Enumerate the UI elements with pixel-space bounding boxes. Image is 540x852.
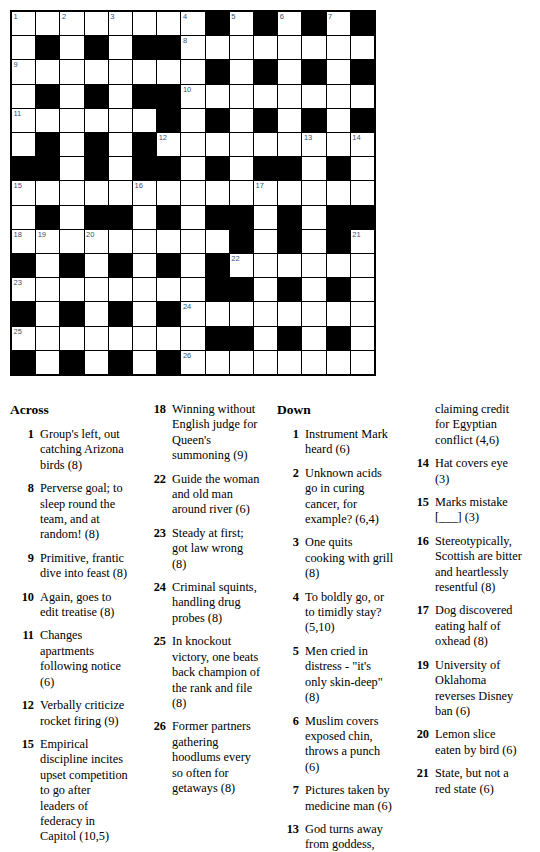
clue-6-down: 6Muslim covers exposed chin, throws a pu…: [277, 714, 404, 776]
clue-text: Dog discovered eating half of oxhead (8): [435, 603, 513, 649]
cell-r10c3[interactable]: [60, 230, 83, 253]
clue-13-down: 13God turns away from goddess,: [277, 822, 404, 852]
cell-r4c14[interactable]: [327, 85, 350, 108]
cell-r14c2[interactable]: [36, 327, 59, 350]
cell-r3c10[interactable]: [230, 60, 253, 83]
clue-1-across: 1Group's left, out catching Arizona bird…: [10, 427, 140, 473]
clue-number: 6: [277, 714, 299, 776]
cell-r2c8[interactable]: 8: [181, 36, 204, 59]
block-r9c2: [36, 206, 59, 229]
clue-number: 8: [10, 481, 34, 543]
cell-r3c8[interactable]: [181, 60, 204, 83]
cell-r8c12[interactable]: [278, 181, 301, 204]
cell-r15c14[interactable]: [327, 351, 350, 374]
cell-r8c10[interactable]: [230, 181, 253, 204]
cell-r13c14[interactable]: [327, 302, 350, 325]
cell-r12c15[interactable]: [351, 278, 374, 301]
cell-r1c10[interactable]: 5: [230, 12, 253, 35]
block-r3c11: [254, 60, 277, 83]
cell-r8c1[interactable]: 15: [12, 181, 35, 204]
block-r10c10: [230, 230, 253, 253]
cell-r12c5[interactable]: [109, 278, 132, 301]
cell-r14c4[interactable]: [85, 327, 108, 350]
clue-text: Guide the woman and old man around river…: [172, 472, 259, 518]
cell-r12c1[interactable]: 23: [12, 278, 35, 301]
cell-r3c4[interactable]: [85, 60, 108, 83]
block-r4c7: [157, 85, 180, 108]
cell-r14c13[interactable]: [302, 327, 325, 350]
cell-r10c7[interactable]: [157, 230, 180, 253]
cell-r1c3[interactable]: 2: [60, 12, 83, 35]
cell-r5c14[interactable]: [327, 109, 350, 132]
clue-26-across: 26Former partners gathering hoodlums eve…: [140, 719, 273, 796]
cell-r11c8[interactable]: [181, 254, 204, 277]
cell-r8c14[interactable]: [327, 181, 350, 204]
block-r9c14: [327, 206, 350, 229]
block-r12c14: [327, 278, 350, 301]
cell-r5c12[interactable]: [278, 109, 301, 132]
cell-r14c5[interactable]: [109, 327, 132, 350]
cell-r9c3[interactable]: [60, 206, 83, 229]
cell-r10c1[interactable]: 18: [12, 230, 35, 253]
cell-r3c5[interactable]: [109, 60, 132, 83]
block-r7c11: [254, 157, 277, 180]
cell-r15c4[interactable]: [85, 351, 108, 374]
block-r5c13: [302, 109, 325, 132]
cell-r7c10[interactable]: [230, 157, 253, 180]
clue-text: Pictures taken by medicine man (6): [305, 783, 392, 814]
clue-text: Empirical discipline incites upset compe…: [40, 737, 128, 845]
clues-column-down-1: Down1Instrument Mark heard (6)2Unknown a…: [277, 402, 404, 852]
cell-r6c3[interactable]: [60, 133, 83, 156]
clue-1-down: 1Instrument Mark heard (6): [277, 427, 404, 458]
cell-r1c1[interactable]: 1: [12, 12, 35, 35]
cell-r11c13[interactable]: [302, 254, 325, 277]
cell-r6c14[interactable]: [327, 133, 350, 156]
cell-r2c14[interactable]: [327, 36, 350, 59]
cell-r14c6[interactable]: [133, 327, 156, 350]
cell-r6c7[interactable]: 12: [157, 133, 180, 156]
block-r3c9: [206, 60, 229, 83]
clue-number: 11: [10, 628, 34, 690]
clue-15-across: 15Empirical discipline incites upset com…: [10, 737, 140, 845]
cell-number: 6: [280, 12, 284, 21]
clue-number: 10: [10, 590, 34, 621]
cell-r6c10[interactable]: [230, 133, 253, 156]
cell-r13c13[interactable]: [302, 302, 325, 325]
cell-r15c6[interactable]: [133, 351, 156, 374]
clue-text: Muslim covers exposed chin, throws a pun…: [305, 714, 380, 776]
clue-15-down: 15Marks mistake [___] (3): [404, 495, 538, 526]
cell-r6c11[interactable]: [254, 133, 277, 156]
clue-text: Verbally criticize rocket firing (9): [40, 698, 124, 729]
block-r7c9: [206, 157, 229, 180]
clue-13-down-continuation: claiming credit for Egyptian conflict (4…: [404, 402, 538, 448]
cell-r13c8[interactable]: 24: [181, 302, 204, 325]
cell-r11c6[interactable]: [133, 254, 156, 277]
block-r15c3: [60, 351, 83, 374]
block-r11c7: [157, 254, 180, 277]
block-r9c15: [351, 206, 374, 229]
block-r2c2: [36, 36, 59, 59]
cell-r8c13[interactable]: [302, 181, 325, 204]
cell-r15c12[interactable]: [278, 351, 301, 374]
cell-r8c11[interactable]: 17: [254, 181, 277, 204]
block-r6c6: [133, 133, 156, 156]
cell-number: 17: [256, 181, 264, 190]
cell-r4c1[interactable]: [12, 85, 35, 108]
cell-number: 14: [352, 133, 360, 142]
cell-number: 8: [183, 36, 187, 45]
cell-number: 7: [328, 12, 332, 21]
cell-r3c3[interactable]: [60, 60, 83, 83]
block-r5c7: [157, 109, 180, 132]
clue-5-down: 5Men cried in distress - "it's only skin…: [277, 644, 404, 706]
cell-r5c10[interactable]: [230, 109, 253, 132]
cell-r10c15[interactable]: 21: [351, 230, 374, 253]
cell-r1c2[interactable]: [36, 12, 59, 35]
cell-r12c7[interactable]: [157, 278, 180, 301]
cell-r13c2[interactable]: [36, 302, 59, 325]
clue-text: Stereotypically, Scottish are bitter and…: [435, 534, 522, 596]
cell-r5c2[interactable]: [36, 109, 59, 132]
block-r7c14: [327, 157, 350, 180]
cell-r11c15[interactable]: [351, 254, 374, 277]
cell-r2c10[interactable]: [230, 36, 253, 59]
cell-r6c13[interactable]: 13: [302, 133, 325, 156]
clues-column-down-2: claiming credit for Egyptian conflict (4…: [404, 402, 538, 805]
cell-r2c12[interactable]: [278, 36, 301, 59]
block-r7c6: [133, 157, 156, 180]
cell-r6c12[interactable]: [278, 133, 301, 156]
cell-r2c1[interactable]: [12, 36, 35, 59]
cell-r12c6[interactable]: [133, 278, 156, 301]
block-r4c2: [36, 85, 59, 108]
cell-r6c5[interactable]: [109, 133, 132, 156]
cell-r12c11[interactable]: [254, 278, 277, 301]
cell-number: 21: [352, 230, 360, 239]
cell-r5c5[interactable]: [109, 109, 132, 132]
clue-8-across: 8Perverse goal; to sleep round the team,…: [10, 481, 140, 543]
clue-number: 7: [277, 783, 299, 814]
cell-r10c2[interactable]: 19: [36, 230, 59, 253]
clue-number: 12: [10, 698, 34, 729]
cell-r13c15[interactable]: [351, 302, 374, 325]
cell-number: 12: [159, 133, 167, 142]
cell-r15c9[interactable]: [206, 351, 229, 374]
clue-text: In knockout victory, one beats back cham…: [172, 634, 260, 711]
block-r14c10: [230, 327, 253, 350]
clue-number: 24: [140, 580, 166, 626]
block-r11c9: [206, 254, 229, 277]
clue-text: Unknown acids go in curing cancer, for e…: [305, 466, 382, 528]
cell-r8c3[interactable]: [60, 181, 83, 204]
cell-r10c4[interactable]: 20: [85, 230, 108, 253]
cell-r1c8[interactable]: 4: [181, 12, 204, 35]
block-r12c12: [278, 278, 301, 301]
cell-number: 18: [14, 230, 22, 239]
clue-text: claiming credit for Egyptian conflict (4…: [435, 402, 509, 448]
cell-r15c13[interactable]: [302, 351, 325, 374]
cell-r13c9[interactable]: [206, 302, 229, 325]
cell-r4c9[interactable]: [206, 85, 229, 108]
cell-number: 25: [14, 327, 22, 336]
cell-r13c10[interactable]: [230, 302, 253, 325]
block-r13c3: [60, 302, 83, 325]
clue-10-across: 10Again, goes to edit treatise (8): [10, 590, 140, 621]
cell-number: 20: [86, 230, 94, 239]
cell-number: 16: [135, 181, 143, 190]
block-r1c11: [254, 12, 277, 35]
cell-r8c5[interactable]: [109, 181, 132, 204]
cell-r9c13[interactable]: [302, 206, 325, 229]
block-r2c7: [157, 36, 180, 59]
cell-r3c14[interactable]: [327, 60, 350, 83]
cell-r9c11[interactable]: [254, 206, 277, 229]
cell-r8c9[interactable]: [206, 181, 229, 204]
block-r11c1: [12, 254, 35, 277]
clue-text: Perverse goal; to sleep round the team, …: [40, 481, 123, 543]
cell-r14c7[interactable]: [157, 327, 180, 350]
clues-column-across-1: Across1Group's left, out catching Arizon…: [10, 402, 140, 852]
cell-r9c1[interactable]: [12, 206, 35, 229]
block-r5c11: [254, 109, 277, 132]
cell-r11c12[interactable]: [278, 254, 301, 277]
clue-number: 2: [277, 466, 299, 528]
cell-r14c8[interactable]: [181, 327, 204, 350]
cell-r14c15[interactable]: [351, 327, 374, 350]
clue-16-down: 16Stereotypically, Scottish are bitter a…: [404, 534, 538, 596]
clue-text: Primitive, frantic dive into feast (8): [40, 551, 127, 582]
clue-9-across: 9Primitive, frantic dive into feast (8): [10, 551, 140, 582]
block-r11c5: [109, 254, 132, 277]
cell-r8c15[interactable]: [351, 181, 374, 204]
block-r15c5: [109, 351, 132, 374]
clue-number: 15: [404, 495, 429, 526]
clue-number: 3: [277, 535, 299, 581]
cell-r10c9[interactable]: [206, 230, 229, 253]
block-r13c7: [157, 302, 180, 325]
cell-r9c6[interactable]: [133, 206, 156, 229]
cell-r3c2[interactable]: [36, 60, 59, 83]
cell-r8c8[interactable]: [181, 181, 204, 204]
block-r7c1: [12, 157, 35, 180]
clue-text: Winning without English judge for Queen'…: [172, 402, 257, 464]
clue-3-down: 3One quits cooking with grill (8): [277, 535, 404, 581]
cell-r1c12[interactable]: 6: [278, 12, 301, 35]
block-r2c4: [85, 36, 108, 59]
cell-number: 9: [14, 60, 18, 69]
block-r15c1: [12, 351, 35, 374]
cell-r10c6[interactable]: [133, 230, 156, 253]
clue-2-down: 2Unknown acids go in curing cancer, for …: [277, 466, 404, 528]
block-r3c15: [351, 60, 374, 83]
cell-r7c13[interactable]: [302, 157, 325, 180]
cell-r3c7[interactable]: [157, 60, 180, 83]
block-r9c7: [157, 206, 180, 229]
clue-14-down: 14Hat covers eye (3): [404, 456, 538, 487]
cell-r13c6[interactable]: [133, 302, 156, 325]
cell-r7c3[interactable]: [60, 157, 83, 180]
cell-r9c8[interactable]: [181, 206, 204, 229]
cell-r5c4[interactable]: [85, 109, 108, 132]
cell-r7c5[interactable]: [109, 157, 132, 180]
cell-r2c13[interactable]: [302, 36, 325, 59]
clue-text: State, but not a red state (6): [435, 766, 509, 797]
block-r9c5: [109, 206, 132, 229]
clue-21-down: 21State, but not a red state (6): [404, 766, 538, 797]
cell-r13c11[interactable]: [254, 302, 277, 325]
cell-r11c14[interactable]: [327, 254, 350, 277]
cell-r2c9[interactable]: [206, 36, 229, 59]
cell-r10c13[interactable]: [302, 230, 325, 253]
cell-r1c6[interactable]: [133, 12, 156, 35]
block-r3c13: [302, 60, 325, 83]
clue-25-across: 25In knockout victory, one beats back ch…: [140, 634, 273, 711]
cell-r4c8[interactable]: 10: [181, 85, 204, 108]
block-r12c10: [230, 278, 253, 301]
clue-number: 17: [404, 603, 429, 649]
clue-23-across: 23Steady at first; got law wrong (8): [140, 526, 273, 572]
clue-text: God turns away from goddess,: [305, 822, 383, 852]
cell-r12c8[interactable]: [181, 278, 204, 301]
cell-r1c4[interactable]: [85, 12, 108, 35]
cell-r5c1[interactable]: 11: [12, 109, 35, 132]
cell-r11c11[interactable]: [254, 254, 277, 277]
cell-r13c4[interactable]: [85, 302, 108, 325]
cell-r12c4[interactable]: [85, 278, 108, 301]
cell-r2c3[interactable]: [60, 36, 83, 59]
cell-r15c11[interactable]: [254, 351, 277, 374]
block-r2c6: [133, 36, 156, 59]
cell-r10c5[interactable]: [109, 230, 132, 253]
cell-r11c4[interactable]: [85, 254, 108, 277]
clue-text: Hat covers eye (3): [435, 456, 508, 487]
cell-r1c14[interactable]: 7: [327, 12, 350, 35]
cell-r15c8[interactable]: 26: [181, 351, 204, 374]
cell-r4c13[interactable]: [302, 85, 325, 108]
cell-r1c5[interactable]: 3: [109, 12, 132, 35]
block-r13c1: [12, 302, 35, 325]
block-r9c12: [278, 206, 301, 229]
clues-column-across-2: 18Winning without English judge for Quee…: [140, 402, 273, 804]
clue-20-down: 20Lemon slice eaten by bird (6): [404, 727, 538, 758]
cell-r11c2[interactable]: [36, 254, 59, 277]
block-r1c13: [302, 12, 325, 35]
cell-r6c8[interactable]: [181, 133, 204, 156]
cell-number: 15: [14, 181, 22, 190]
cell-r4c3[interactable]: [60, 85, 83, 108]
cell-r6c9[interactable]: [206, 133, 229, 156]
clue-number: 26: [140, 719, 166, 796]
block-r6c2: [36, 133, 59, 156]
clue-text: Again, goes to edit treatise (8): [40, 590, 114, 621]
cell-r6c15[interactable]: 14: [351, 133, 374, 156]
clue-number: 14: [404, 456, 429, 487]
block-r15c7: [157, 351, 180, 374]
cell-r2c5[interactable]: [109, 36, 132, 59]
cell-r12c2[interactable]: [36, 278, 59, 301]
cell-r4c15[interactable]: [351, 85, 374, 108]
cell-r15c10[interactable]: [230, 351, 253, 374]
cell-r2c15[interactable]: [351, 36, 374, 59]
cell-r8c6[interactable]: 16: [133, 181, 156, 204]
cell-number: 19: [38, 230, 46, 239]
clue-number: 16: [404, 534, 429, 596]
across-header: Across: [10, 402, 140, 417]
clue-text: Criminal squints, handling drug probes (…: [172, 580, 257, 626]
cell-r6c1[interactable]: [12, 133, 35, 156]
cell-number: 3: [110, 12, 114, 21]
cell-r7c8[interactable]: [181, 157, 204, 180]
block-r4c4: [85, 85, 108, 108]
cell-r3c1[interactable]: 9: [12, 60, 35, 83]
block-r7c4: [85, 157, 108, 180]
cell-r1c7[interactable]: [157, 12, 180, 35]
block-r10c12: [278, 230, 301, 253]
block-r5c9: [206, 109, 229, 132]
clue-18-across: 18Winning without English judge for Quee…: [140, 402, 273, 464]
cell-r8c4[interactable]: [85, 181, 108, 204]
cell-r12c3[interactable]: [60, 278, 83, 301]
block-r14c12: [278, 327, 301, 350]
clue-number: 9: [10, 551, 34, 582]
cell-r7c15[interactable]: [351, 157, 374, 180]
cell-r14c1[interactable]: 25: [12, 327, 35, 350]
cell-number: 10: [183, 85, 191, 94]
cell-r14c3[interactable]: [60, 327, 83, 350]
cell-r15c15[interactable]: [351, 351, 374, 374]
cell-r15c2[interactable]: [36, 351, 59, 374]
cell-r5c3[interactable]: [60, 109, 83, 132]
clue-text: University of Oklahoma reverses Disney b…: [435, 658, 513, 720]
cell-r13c12[interactable]: [278, 302, 301, 325]
clue-number: 13: [277, 822, 299, 852]
cell-r10c8[interactable]: [181, 230, 204, 253]
crossword-page: 1234567891011121314151617181920212223242…: [0, 0, 540, 852]
clue-text: To boldly go, or to timidly stay? (5,10): [305, 590, 384, 636]
block-r9c9: [206, 206, 229, 229]
clue-text: Steady at first; got law wrong (8): [172, 526, 244, 572]
cell-r4c11[interactable]: [254, 85, 277, 108]
clue-text: Men cried in distress - "it's only skin-…: [305, 644, 383, 706]
cell-r4c5[interactable]: [109, 85, 132, 108]
cell-r14c11[interactable]: [254, 327, 277, 350]
cell-number: 2: [62, 12, 66, 21]
clue-number: 25: [140, 634, 166, 711]
cell-r2c11[interactable]: [254, 36, 277, 59]
clue-text: One quits cooking with grill (8): [305, 535, 393, 581]
cell-r10c11[interactable]: [254, 230, 277, 253]
cell-r3c6[interactable]: [133, 60, 156, 83]
cell-r5c6[interactable]: [133, 109, 156, 132]
down-header: Down: [277, 402, 404, 417]
cell-r5c8[interactable]: [181, 109, 204, 132]
cell-r4c12[interactable]: [278, 85, 301, 108]
clue-text: Instrument Mark heard (6): [305, 427, 388, 458]
cell-r8c7[interactable]: [157, 181, 180, 204]
cell-r3c12[interactable]: [278, 60, 301, 83]
block-r7c12: [278, 157, 301, 180]
cell-number: 26: [183, 351, 191, 360]
cell-number: 11: [14, 109, 22, 118]
cell-r12c13[interactable]: [302, 278, 325, 301]
cell-r8c2[interactable]: [36, 181, 59, 204]
cell-r11c10[interactable]: 22: [230, 254, 253, 277]
cell-r4c10[interactable]: [230, 85, 253, 108]
clue-number: 1: [10, 427, 34, 473]
clue-19-down: 19University of Oklahoma reverses Disney…: [404, 658, 538, 720]
